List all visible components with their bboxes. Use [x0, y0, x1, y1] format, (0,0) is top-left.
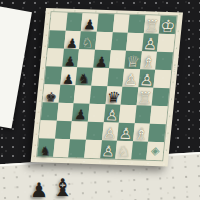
square-b6: ♘: [79, 31, 96, 50]
square-h7: [53, 139, 70, 158]
square-c4: [109, 50, 126, 69]
black-knight-h8: ♞: [39, 145, 51, 158]
white-king-a1: ♔: [159, 18, 176, 35]
square-g1: [148, 124, 165, 143]
square-d7: ♟: [60, 67, 77, 86]
square-g3: ♙: [117, 123, 134, 142]
square-b8: [48, 30, 65, 49]
square-h2: [131, 141, 148, 160]
square-g5: [86, 122, 103, 141]
square-f1: [150, 106, 167, 125]
square-c7: ♟: [62, 49, 79, 68]
square-c2: ♗: [140, 51, 157, 70]
chess-board: ♟♖♔♟♘♙♟♟♕♗♟♞♙♙♚♛♖♟♙♙♙♗♞♙♘◈ ·····: [31, 8, 183, 166]
square-c6: [77, 49, 94, 68]
square-d6: ♞: [76, 67, 93, 86]
white-pawn-d2: ♙: [139, 72, 155, 89]
square-d1: [154, 70, 171, 89]
white-bishop-g2: ♗: [133, 126, 149, 143]
square-h8: ♞: [37, 138, 54, 157]
square-c1: [156, 52, 173, 71]
photo-scene: ♟♖♔♟♘♙♟♟♕♗♟♞♙♙♚♛♖♟♙♙♙♗♞♙♘◈ ····· ♟♝: [0, 0, 200, 200]
square-b2: ♙: [142, 33, 159, 52]
square-h6: [68, 139, 85, 158]
square-h1: ◈: [147, 142, 164, 161]
square-b3: [126, 33, 143, 52]
white-pawn-h4: ♙: [101, 144, 116, 159]
board-logo-stamp-icon: ◈: [151, 145, 161, 156]
white-bishop-c2: ♗: [140, 54, 156, 71]
square-d8: [44, 66, 61, 85]
white-pawn-d3: ♙: [123, 72, 138, 88]
white-queen-c3: ♕: [125, 54, 140, 70]
square-g7: [55, 121, 72, 140]
white-rook-e2: ♖: [137, 90, 153, 107]
board-grid: ♟♖♔♟♘♙♟♟♕♗♟♞♙♙♚♛♖♟♙♙♙♗♞♙♘◈: [37, 12, 176, 160]
square-h4: ♙: [100, 140, 117, 159]
square-h3: ♘: [115, 141, 132, 160]
white-pawn-g3: ♙: [118, 126, 133, 142]
square-g8: [39, 120, 56, 139]
square-b1: [157, 34, 174, 53]
square-c5: ♟: [93, 50, 110, 69]
square-b7: ♟: [64, 31, 81, 50]
square-c8: [46, 48, 63, 67]
square-h5: [84, 140, 101, 159]
square-b4: [111, 32, 128, 51]
square-b5: [95, 32, 112, 51]
square-g6: [70, 121, 87, 140]
square-d5: [91, 68, 108, 87]
square-d2: ♙: [138, 69, 155, 88]
white-rook-a2: ♖: [144, 18, 160, 35]
square-g2: ♗: [133, 123, 150, 142]
square-d3: ♙: [123, 69, 140, 88]
square-a1: ♔: [159, 16, 176, 35]
square-e1: [152, 88, 169, 107]
white-pawn-b2: ♙: [142, 36, 158, 53]
square-g4: ♙: [102, 122, 119, 141]
square-d4: [107, 68, 124, 87]
square-c3: ♕: [124, 51, 141, 70]
white-knight-h3: ♘: [116, 144, 131, 160]
